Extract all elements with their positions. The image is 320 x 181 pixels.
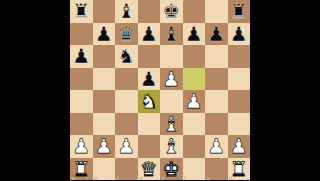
- square-f2[interactable]: [183, 135, 206, 158]
- white-bishop[interactable]: ♝: [160, 113, 183, 136]
- square-h1[interactable]: ♜h: [228, 158, 251, 181]
- square-c8[interactable]: ♝: [115, 0, 138, 23]
- square-b8[interactable]: [93, 0, 116, 23]
- square-g5[interactable]: [205, 68, 228, 91]
- square-a6[interactable]: ♟: [70, 45, 93, 68]
- black-pawn[interactable]: ♟: [205, 23, 228, 46]
- square-h3[interactable]: [228, 113, 251, 136]
- square-h2[interactable]: ♟: [228, 135, 251, 158]
- square-f6[interactable]: [183, 45, 206, 68]
- file-label-g: g: [207, 175, 210, 181]
- square-d6[interactable]: [138, 45, 161, 68]
- black-knight[interactable]: ♞: [115, 45, 138, 68]
- square-b2[interactable]: ♟: [93, 135, 116, 158]
- square-h6[interactable]: [228, 45, 251, 68]
- square-g1[interactable]: g: [205, 158, 228, 181]
- square-c4[interactable]: [115, 90, 138, 113]
- square-e7[interactable]: ♝: [160, 23, 183, 46]
- square-d2[interactable]: [138, 135, 161, 158]
- black-king[interactable]: ♚: [160, 0, 183, 23]
- square-a7[interactable]: [70, 23, 93, 46]
- square-d5[interactable]: ♟: [138, 68, 161, 91]
- square-e4[interactable]: [160, 90, 183, 113]
- white-pawn[interactable]: ♟: [70, 135, 93, 158]
- white-rook[interactable]: ♜: [70, 158, 93, 181]
- chess-board[interactable]: ♜♝♚♜♟♛♟♝♟♟♟♟♞♟♟♞♟♝♟♟♟♝♟♟♜abc♛d♚efg♜h: [70, 0, 250, 180]
- square-g7[interactable]: ♟: [205, 23, 228, 46]
- square-g3[interactable]: [205, 113, 228, 136]
- white-pawn[interactable]: ♟: [115, 135, 138, 158]
- white-pawn[interactable]: ♟: [160, 68, 183, 91]
- black-pawn[interactable]: ♟: [228, 23, 251, 46]
- square-f1[interactable]: f: [183, 158, 206, 181]
- black-rook[interactable]: ♜: [70, 0, 93, 23]
- square-f7[interactable]: ♟: [183, 23, 206, 46]
- square-e2[interactable]: ♝: [160, 135, 183, 158]
- square-a4[interactable]: [70, 90, 93, 113]
- white-bishop[interactable]: ♝: [160, 135, 183, 158]
- black-pawn[interactable]: ♟: [138, 23, 161, 46]
- square-f5[interactable]: [183, 68, 206, 91]
- square-g2[interactable]: ♟: [205, 135, 228, 158]
- black-bishop[interactable]: ♝: [160, 23, 183, 46]
- square-a2[interactable]: ♟: [70, 135, 93, 158]
- black-rook[interactable]: ♜: [228, 0, 251, 23]
- black-bishop[interactable]: ♝: [115, 0, 138, 23]
- square-d3[interactable]: [138, 113, 161, 136]
- square-g8[interactable]: [205, 0, 228, 23]
- black-queen[interactable]: ♛: [115, 23, 138, 46]
- square-c6[interactable]: ♞: [115, 45, 138, 68]
- white-pawn[interactable]: ♟: [183, 90, 206, 113]
- white-queen[interactable]: ♛: [138, 158, 161, 181]
- square-e8[interactable]: ♚: [160, 0, 183, 23]
- square-d4[interactable]: ♞: [138, 90, 161, 113]
- square-b1[interactable]: b: [93, 158, 116, 181]
- square-e6[interactable]: [160, 45, 183, 68]
- file-label-f: f: [184, 175, 186, 181]
- square-c2[interactable]: ♟: [115, 135, 138, 158]
- square-d1[interactable]: ♛d: [138, 158, 161, 181]
- video-frame: ♜♝♚♜♟♛♟♝♟♟♟♟♞♟♟♞♟♝♟♟♟♝♟♟♜abc♛d♚efg♜h: [0, 0, 320, 180]
- square-h4[interactable]: [228, 90, 251, 113]
- square-a8[interactable]: ♜: [70, 0, 93, 23]
- square-h7[interactable]: ♟: [228, 23, 251, 46]
- square-c3[interactable]: [115, 113, 138, 136]
- black-pawn[interactable]: ♟: [70, 45, 93, 68]
- square-c5[interactable]: [115, 68, 138, 91]
- square-b5[interactable]: [93, 68, 116, 91]
- square-b6[interactable]: [93, 45, 116, 68]
- file-label-c: c: [117, 175, 120, 181]
- white-rook[interactable]: ♜: [228, 158, 251, 181]
- square-g4[interactable]: [205, 90, 228, 113]
- square-h5[interactable]: [228, 68, 251, 91]
- square-f3[interactable]: [183, 113, 206, 136]
- square-b7[interactable]: ♟: [93, 23, 116, 46]
- letterbox-left: [0, 0, 70, 180]
- black-pawn[interactable]: ♟: [183, 23, 206, 46]
- square-a5[interactable]: [70, 68, 93, 91]
- square-c1[interactable]: c: [115, 158, 138, 181]
- square-a1[interactable]: ♜a: [70, 158, 93, 181]
- square-e1[interactable]: ♚e: [160, 158, 183, 181]
- square-a3[interactable]: [70, 113, 93, 136]
- square-d7[interactable]: ♟: [138, 23, 161, 46]
- white-pawn[interactable]: ♟: [93, 135, 116, 158]
- letterbox-right: [250, 0, 320, 180]
- square-b3[interactable]: [93, 113, 116, 136]
- square-f4[interactable]: ♟: [183, 90, 206, 113]
- file-label-b: b: [94, 175, 97, 181]
- square-d8[interactable]: [138, 0, 161, 23]
- white-king[interactable]: ♚: [160, 158, 183, 181]
- square-e3[interactable]: ♝: [160, 113, 183, 136]
- white-pawn[interactable]: ♟: [228, 135, 251, 158]
- square-f8[interactable]: [183, 0, 206, 23]
- square-e5[interactable]: ♟: [160, 68, 183, 91]
- white-knight[interactable]: ♞: [138, 90, 161, 113]
- black-pawn[interactable]: ♟: [138, 68, 161, 91]
- white-pawn[interactable]: ♟: [205, 135, 228, 158]
- square-b4[interactable]: [93, 90, 116, 113]
- square-c7[interactable]: ♛: [115, 23, 138, 46]
- black-pawn[interactable]: ♟: [93, 23, 116, 46]
- square-h8[interactable]: ♜: [228, 0, 251, 23]
- square-g6[interactable]: [205, 45, 228, 68]
